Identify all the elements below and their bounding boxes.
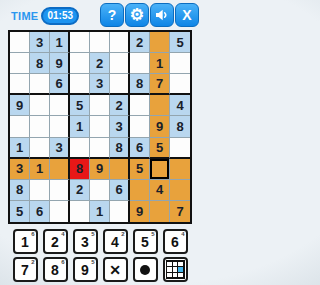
cell-r4c7[interactable] <box>130 95 150 116</box>
cell-r4c5[interactable] <box>90 95 110 116</box>
cell-r1c7[interactable]: 2 <box>130 32 150 53</box>
cell-r1c9[interactable]: 5 <box>170 32 190 53</box>
cell-r7c6[interactable] <box>110 159 130 180</box>
sudoku-board: 312589216387952413981386531895826456197 <box>8 30 192 224</box>
cell-r6c5[interactable] <box>90 138 110 159</box>
cell-r7c4[interactable]: 8 <box>70 159 90 180</box>
cell-r6c2[interactable] <box>30 138 50 159</box>
numpad-3-count: 5 <box>91 231 94 238</box>
cell-r3c7[interactable]: 8 <box>130 74 150 95</box>
cell-r3c5[interactable]: 3 <box>90 74 110 95</box>
cell-r4c2[interactable] <box>30 95 50 116</box>
top-bar: TIME 01:53 ? ⚙ X <box>0 3 200 28</box>
cell-r5c5[interactable] <box>90 116 110 137</box>
cell-r7c8[interactable] <box>150 159 170 180</box>
cell-r9c9[interactable]: 7 <box>170 201 190 222</box>
numpad-digit-label: 1 <box>21 234 29 250</box>
numpad-6[interactable]: 64 <box>163 229 188 254</box>
cell-r4c9[interactable]: 4 <box>170 95 190 116</box>
cell-r1c3[interactable]: 1 <box>50 32 70 53</box>
cell-r4c6[interactable]: 2 <box>110 95 130 116</box>
cell-r1c2[interactable]: 3 <box>30 32 50 53</box>
cell-r9c4[interactable] <box>70 201 90 222</box>
dot-icon <box>140 265 150 275</box>
cell-r5c7[interactable] <box>130 116 150 137</box>
cell-r7c9[interactable] <box>170 159 190 180</box>
cell-r6c1[interactable]: 1 <box>10 138 30 159</box>
numpad-2[interactable]: 24 <box>43 229 68 254</box>
cell-r3c3[interactable]: 6 <box>50 74 70 95</box>
cell-r8c6[interactable]: 6 <box>110 180 130 201</box>
numpad-5-count: 5 <box>151 231 154 238</box>
cell-r5c8[interactable]: 9 <box>150 116 170 137</box>
question-icon: ? <box>108 7 117 23</box>
numpad-8-count: 6 <box>61 259 64 266</box>
numpad-digit-label: 8 <box>51 262 59 278</box>
x-icon: ✕ <box>109 262 121 278</box>
numpad-9[interactable]: 95 <box>73 257 98 282</box>
cell-r1c6[interactable] <box>110 32 130 53</box>
cell-r2c2[interactable]: 8 <box>30 53 50 74</box>
cell-r2c9[interactable] <box>170 53 190 74</box>
numpad-4-count: 2 <box>121 231 124 238</box>
cell-r2c3[interactable]: 9 <box>50 53 70 74</box>
numpad-9-count: 5 <box>91 259 94 266</box>
numpad-digit-label: 3 <box>81 234 89 250</box>
cell-r2c4[interactable] <box>70 53 90 74</box>
numpad-7-count: 2 <box>31 259 34 266</box>
numpad-digit-label: 9 <box>81 262 89 278</box>
close-button[interactable]: X <box>175 3 199 27</box>
cell-r7c5[interactable]: 9 <box>90 159 110 180</box>
cell-r5c1[interactable] <box>10 116 30 137</box>
cell-r2c5[interactable]: 2 <box>90 53 110 74</box>
cell-r9c7[interactable]: 9 <box>130 201 150 222</box>
cell-r2c1[interactable] <box>10 53 30 74</box>
numpad-3[interactable]: 35 <box>73 229 98 254</box>
cell-r6c4[interactable] <box>70 138 90 159</box>
timer-value: 01:53 <box>41 7 79 25</box>
cell-r6c8[interactable]: 5 <box>150 138 170 159</box>
cell-r9c1[interactable]: 5 <box>10 201 30 222</box>
numpad-digit-label: 7 <box>21 262 29 278</box>
cell-r8c5[interactable] <box>90 180 110 201</box>
numpad-5[interactable]: 55 <box>133 229 158 254</box>
cell-r7c7[interactable]: 5 <box>130 159 150 180</box>
close-icon: X <box>182 7 191 23</box>
numpad-digit-label: 6 <box>171 234 179 250</box>
sound-button[interactable] <box>150 3 174 27</box>
cell-r2c6[interactable] <box>110 53 130 74</box>
cell-r8c3[interactable] <box>50 180 70 201</box>
cell-r8c7[interactable] <box>130 180 150 201</box>
cell-r1c4[interactable] <box>70 32 90 53</box>
cell-r9c3[interactable] <box>50 201 70 222</box>
cell-r5c9[interactable]: 8 <box>170 116 190 137</box>
cell-r7c3[interactable] <box>50 159 70 180</box>
cell-r8c4[interactable]: 2 <box>70 180 90 201</box>
numpad-digit-label: 5 <box>141 234 149 250</box>
cell-r2c8[interactable]: 1 <box>150 53 170 74</box>
numpad-6-count: 4 <box>181 231 184 238</box>
speaker-icon <box>154 7 170 23</box>
cell-r5c2[interactable] <box>30 116 50 137</box>
cell-r4c3[interactable] <box>50 95 70 116</box>
cell-r1c1[interactable] <box>10 32 30 53</box>
time-label: TIME <box>11 10 38 22</box>
numpad-digit-label: 4 <box>111 234 119 250</box>
pencil-mark-button[interactable] <box>133 257 158 282</box>
cell-r6c7[interactable]: 6 <box>130 138 150 159</box>
numpad-row: 162435425564 <box>13 229 188 254</box>
cell-r9c2[interactable]: 6 <box>30 201 50 222</box>
cell-r8c9[interactable] <box>170 180 190 201</box>
cell-r6c9[interactable] <box>170 138 190 159</box>
cell-r8c2[interactable] <box>30 180 50 201</box>
numpad: 162435425564728695✕ <box>0 229 200 282</box>
settings-button[interactable]: ⚙ <box>125 3 149 27</box>
mini-grid-icon <box>166 260 185 279</box>
cell-r8c1[interactable]: 8 <box>10 180 30 201</box>
cell-r7c1[interactable]: 3 <box>10 159 30 180</box>
numpad-1[interactable]: 16 <box>13 229 38 254</box>
notes-grid-button[interactable] <box>163 257 188 282</box>
cell-r5c6[interactable]: 3 <box>110 116 130 137</box>
cell-r4c8[interactable] <box>150 95 170 116</box>
numpad-row: 728695✕ <box>13 257 188 282</box>
numpad-8[interactable]: 86 <box>43 257 68 282</box>
cell-r9c6[interactable] <box>110 201 130 222</box>
gear-icon: ⚙ <box>130 7 144 23</box>
cell-r5c4[interactable]: 1 <box>70 116 90 137</box>
cell-r1c5[interactable] <box>90 32 110 53</box>
cell-r3c9[interactable] <box>170 74 190 95</box>
numpad-7[interactable]: 72 <box>13 257 38 282</box>
header-buttons: ? ⚙ X <box>100 3 199 27</box>
help-button[interactable]: ? <box>100 3 124 27</box>
numpad-digit-label: 2 <box>51 234 59 250</box>
cell-r9c8[interactable] <box>150 201 170 222</box>
cell-r3c8[interactable]: 7 <box>150 74 170 95</box>
numpad-4[interactable]: 42 <box>103 229 128 254</box>
cell-r5c3[interactable] <box>50 116 70 137</box>
cell-r8c8[interactable]: 4 <box>150 180 170 201</box>
cell-r3c1[interactable] <box>10 74 30 95</box>
cell-r1c8[interactable] <box>150 32 170 53</box>
cell-r2c7[interactable] <box>130 53 150 74</box>
cell-r3c6[interactable] <box>110 74 130 95</box>
cell-r9c5[interactable]: 1 <box>90 201 110 222</box>
erase-button[interactable]: ✕ <box>103 257 128 282</box>
cell-r3c4[interactable] <box>70 74 90 95</box>
cell-r4c4[interactable]: 5 <box>70 95 90 116</box>
numpad-1-count: 6 <box>31 231 34 238</box>
cell-r6c3[interactable]: 3 <box>50 138 70 159</box>
cell-r3c2[interactable] <box>30 74 50 95</box>
cell-r7c2[interactable]: 1 <box>30 159 50 180</box>
cell-r4c1[interactable]: 9 <box>10 95 30 116</box>
numpad-2-count: 4 <box>61 231 64 238</box>
cell-r6c6[interactable]: 8 <box>110 138 130 159</box>
